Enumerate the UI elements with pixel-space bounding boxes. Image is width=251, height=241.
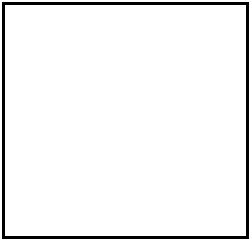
sudoku-screenshot <box>0 0 251 241</box>
sudoku-board <box>2 2 249 239</box>
